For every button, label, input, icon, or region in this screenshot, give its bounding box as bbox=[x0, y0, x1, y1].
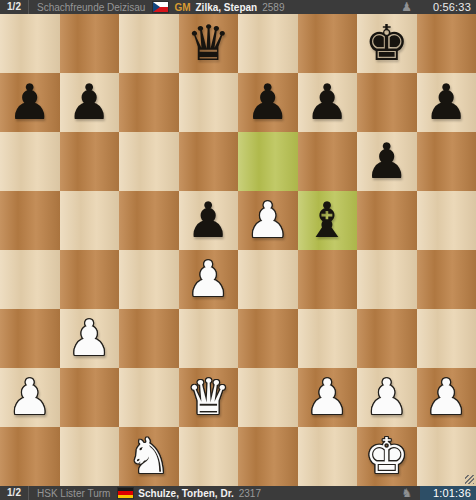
square-e2[interactable] bbox=[238, 368, 298, 427]
square-f3[interactable] bbox=[298, 309, 358, 368]
square-f6[interactable] bbox=[298, 132, 358, 191]
pawn-icon: ♟ bbox=[401, 0, 412, 14]
square-f4[interactable] bbox=[298, 250, 358, 309]
square-h6[interactable] bbox=[417, 132, 476, 191]
square-b8[interactable] bbox=[60, 14, 120, 73]
bottom-team-name: HSK Lister Turm bbox=[37, 488, 110, 499]
bottom-player-bar: 1/2 HSK Lister Turm Schulze, Torben, Dr.… bbox=[0, 486, 476, 500]
square-a8[interactable] bbox=[0, 14, 60, 73]
square-e5[interactable]: ♟ bbox=[238, 191, 298, 250]
black-bishop[interactable]: ♝ bbox=[305, 196, 349, 245]
square-c1[interactable]: ♞ bbox=[119, 427, 179, 486]
square-g5[interactable] bbox=[357, 191, 417, 250]
square-e3[interactable] bbox=[238, 309, 298, 368]
black-pawn[interactable]: ♟ bbox=[424, 78, 468, 127]
chess-board[interactable]: ♛♚♟♟♟♟♟♟♟♟♝♟♟♟♛♟♟♟♞♚ bbox=[0, 14, 476, 486]
square-d6[interactable] bbox=[179, 132, 239, 191]
top-player-rating: 2589 bbox=[262, 2, 284, 13]
square-a3[interactable] bbox=[0, 309, 60, 368]
white-queen[interactable]: ♛ bbox=[186, 373, 230, 422]
square-b3[interactable]: ♟ bbox=[60, 309, 120, 368]
square-h4[interactable] bbox=[417, 250, 476, 309]
bottom-player-name: Schulze, Torben, Dr. bbox=[138, 488, 233, 499]
bottom-match-score: 1/2 bbox=[0, 486, 29, 500]
square-f8[interactable] bbox=[298, 14, 358, 73]
white-pawn[interactable]: ♟ bbox=[67, 314, 111, 363]
black-pawn[interactable]: ♟ bbox=[305, 78, 349, 127]
black-queen[interactable]: ♛ bbox=[186, 19, 230, 68]
square-e8[interactable] bbox=[238, 14, 298, 73]
white-pawn[interactable]: ♟ bbox=[424, 373, 468, 422]
white-pawn[interactable]: ♟ bbox=[305, 373, 349, 422]
czech-flag-icon bbox=[153, 2, 168, 12]
top-match-score: 1/2 bbox=[0, 0, 29, 14]
black-king[interactable]: ♚ bbox=[365, 19, 409, 68]
top-player-clock: 0:56:33 bbox=[420, 0, 476, 14]
square-a7[interactable]: ♟ bbox=[0, 73, 60, 132]
square-g6[interactable]: ♟ bbox=[357, 132, 417, 191]
square-a2[interactable]: ♟ bbox=[0, 368, 60, 427]
bottom-player-clock: 1:01:36 bbox=[420, 486, 476, 500]
square-g8[interactable]: ♚ bbox=[357, 14, 417, 73]
square-b7[interactable]: ♟ bbox=[60, 73, 120, 132]
white-knight[interactable]: ♞ bbox=[127, 432, 171, 481]
square-c7[interactable] bbox=[119, 73, 179, 132]
black-pawn[interactable]: ♟ bbox=[246, 78, 290, 127]
resize-gripper-icon[interactable] bbox=[465, 475, 474, 484]
knight-icon: ♞ bbox=[401, 486, 412, 500]
white-pawn[interactable]: ♟ bbox=[186, 255, 230, 304]
square-h2[interactable]: ♟ bbox=[417, 368, 476, 427]
white-king[interactable]: ♚ bbox=[365, 432, 409, 481]
white-pawn[interactable]: ♟ bbox=[365, 373, 409, 422]
white-pawn[interactable]: ♟ bbox=[246, 196, 290, 245]
square-h5[interactable] bbox=[417, 191, 476, 250]
square-g2[interactable]: ♟ bbox=[357, 368, 417, 427]
bottom-player-rating: 2317 bbox=[239, 488, 261, 499]
square-g4[interactable] bbox=[357, 250, 417, 309]
square-h7[interactable]: ♟ bbox=[417, 73, 476, 132]
square-c8[interactable] bbox=[119, 14, 179, 73]
square-a4[interactable] bbox=[0, 250, 60, 309]
square-c2[interactable] bbox=[119, 368, 179, 427]
square-e1[interactable] bbox=[238, 427, 298, 486]
square-a1[interactable] bbox=[0, 427, 60, 486]
square-h3[interactable] bbox=[417, 309, 476, 368]
german-flag-icon bbox=[118, 488, 133, 498]
square-e6[interactable] bbox=[238, 132, 298, 191]
square-c3[interactable] bbox=[119, 309, 179, 368]
square-d8[interactable]: ♛ bbox=[179, 14, 239, 73]
top-player-bar: 1/2 Schachfreunde Deizisau GM Zilka, Ste… bbox=[0, 0, 476, 14]
square-b4[interactable] bbox=[60, 250, 120, 309]
black-pawn[interactable]: ♟ bbox=[365, 137, 409, 186]
square-c6[interactable] bbox=[119, 132, 179, 191]
square-d3[interactable] bbox=[179, 309, 239, 368]
square-d5[interactable]: ♟ bbox=[179, 191, 239, 250]
square-d2[interactable]: ♛ bbox=[179, 368, 239, 427]
square-g1[interactable]: ♚ bbox=[357, 427, 417, 486]
black-pawn[interactable]: ♟ bbox=[186, 196, 230, 245]
square-d1[interactable] bbox=[179, 427, 239, 486]
square-d4[interactable]: ♟ bbox=[179, 250, 239, 309]
square-a6[interactable] bbox=[0, 132, 60, 191]
black-pawn[interactable]: ♟ bbox=[67, 78, 111, 127]
square-b5[interactable] bbox=[60, 191, 120, 250]
square-f2[interactable]: ♟ bbox=[298, 368, 358, 427]
square-d7[interactable] bbox=[179, 73, 239, 132]
square-c4[interactable] bbox=[119, 250, 179, 309]
square-e7[interactable]: ♟ bbox=[238, 73, 298, 132]
square-f5[interactable]: ♝ bbox=[298, 191, 358, 250]
square-e4[interactable] bbox=[238, 250, 298, 309]
chess-broadcast-window: 1/2 Schachfreunde Deizisau GM Zilka, Ste… bbox=[0, 0, 476, 500]
square-c5[interactable] bbox=[119, 191, 179, 250]
square-g7[interactable] bbox=[357, 73, 417, 132]
square-f1[interactable] bbox=[298, 427, 358, 486]
white-pawn[interactable]: ♟ bbox=[8, 373, 52, 422]
black-pawn[interactable]: ♟ bbox=[8, 78, 52, 127]
square-b1[interactable] bbox=[60, 427, 120, 486]
top-player-title: GM bbox=[174, 2, 190, 13]
square-f7[interactable]: ♟ bbox=[298, 73, 358, 132]
square-b6[interactable] bbox=[60, 132, 120, 191]
square-g3[interactable] bbox=[357, 309, 417, 368]
square-a5[interactable] bbox=[0, 191, 60, 250]
top-team-name: Schachfreunde Deizisau bbox=[37, 2, 145, 13]
square-b2[interactable] bbox=[60, 368, 120, 427]
square-h8[interactable] bbox=[417, 14, 476, 73]
top-player-name: Zilka, Stepan bbox=[196, 2, 258, 13]
